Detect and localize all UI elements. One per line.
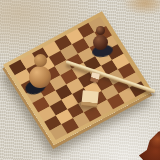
pieces-layer [0,0,160,160]
black-pawn-g6[interactable] [93,35,108,50]
black-pawn-g6-head[interactable] [96,26,105,35]
dried-leaf-object [136,129,160,160]
white-pawn-b5-head[interactable] [34,54,47,67]
wooden-dowel-stick[interactable] [65,60,155,93]
small-wood-cube[interactable] [90,72,100,83]
white-pawn-b5[interactable] [29,66,51,88]
wood-tile-block[interactable] [81,90,99,108]
